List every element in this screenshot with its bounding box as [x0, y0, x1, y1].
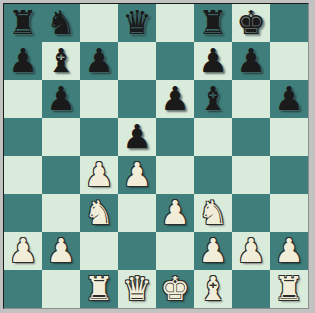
square-d2[interactable] — [118, 232, 156, 270]
square-c2[interactable] — [80, 232, 118, 270]
piece-black-knight[interactable]: ♞ — [46, 4, 76, 42]
square-a1[interactable] — [4, 270, 42, 308]
piece-white-pawn[interactable]: ♟ — [122, 156, 152, 194]
square-a5[interactable] — [4, 118, 42, 156]
piece-white-rook[interactable]: ♜ — [274, 270, 304, 308]
square-c5[interactable] — [80, 118, 118, 156]
square-f3[interactable]: ♞ — [194, 194, 232, 232]
square-f4[interactable] — [194, 156, 232, 194]
board-frame: ♜♞♛♜♚♟♝♟♟♟♟♟♝♟♟♟♟♞♟♞♟♟♟♟♟♜♛♚♝♜ — [0, 0, 315, 313]
piece-black-pawn[interactable]: ♟ — [84, 42, 114, 80]
square-h6[interactable]: ♟ — [270, 80, 308, 118]
square-g6[interactable] — [232, 80, 270, 118]
square-d5[interactable]: ♟ — [118, 118, 156, 156]
square-b4[interactable] — [42, 156, 80, 194]
square-d6[interactable] — [118, 80, 156, 118]
square-a7[interactable]: ♟ — [4, 42, 42, 80]
piece-white-rook[interactable]: ♜ — [84, 270, 114, 308]
square-h1[interactable]: ♜ — [270, 270, 308, 308]
square-e8[interactable] — [156, 4, 194, 42]
square-a4[interactable] — [4, 156, 42, 194]
piece-black-pawn[interactable]: ♟ — [160, 80, 190, 118]
piece-white-knight[interactable]: ♞ — [198, 194, 228, 232]
piece-white-pawn[interactable]: ♟ — [8, 232, 38, 270]
square-g2[interactable]: ♟ — [232, 232, 270, 270]
square-e3[interactable]: ♟ — [156, 194, 194, 232]
square-d4[interactable]: ♟ — [118, 156, 156, 194]
square-b7[interactable]: ♝ — [42, 42, 80, 80]
square-d1[interactable]: ♛ — [118, 270, 156, 308]
square-c7[interactable]: ♟ — [80, 42, 118, 80]
piece-black-pawn[interactable]: ♟ — [198, 42, 228, 80]
square-d7[interactable] — [118, 42, 156, 80]
square-b3[interactable] — [42, 194, 80, 232]
square-c4[interactable]: ♟ — [80, 156, 118, 194]
piece-black-bishop[interactable]: ♝ — [198, 80, 228, 118]
square-e4[interactable] — [156, 156, 194, 194]
square-h3[interactable] — [270, 194, 308, 232]
square-a8[interactable]: ♜ — [4, 4, 42, 42]
square-g8[interactable]: ♚ — [232, 4, 270, 42]
piece-white-knight[interactable]: ♞ — [84, 194, 114, 232]
square-e1[interactable]: ♚ — [156, 270, 194, 308]
square-c3[interactable]: ♞ — [80, 194, 118, 232]
square-a2[interactable]: ♟ — [4, 232, 42, 270]
piece-black-bishop[interactable]: ♝ — [46, 42, 76, 80]
piece-black-king[interactable]: ♚ — [236, 4, 266, 42]
square-b5[interactable] — [42, 118, 80, 156]
square-g1[interactable] — [232, 270, 270, 308]
piece-white-pawn[interactable]: ♟ — [46, 232, 76, 270]
square-a6[interactable] — [4, 80, 42, 118]
square-b1[interactable] — [42, 270, 80, 308]
square-h8[interactable] — [270, 4, 308, 42]
square-e7[interactable] — [156, 42, 194, 80]
piece-white-pawn[interactable]: ♟ — [160, 194, 190, 232]
piece-white-pawn[interactable]: ♟ — [274, 232, 304, 270]
square-h4[interactable] — [270, 156, 308, 194]
piece-white-bishop[interactable]: ♝ — [198, 270, 228, 308]
piece-black-pawn[interactable]: ♟ — [274, 80, 304, 118]
square-h2[interactable]: ♟ — [270, 232, 308, 270]
piece-black-queen[interactable]: ♛ — [122, 4, 152, 42]
square-d3[interactable] — [118, 194, 156, 232]
piece-black-pawn[interactable]: ♟ — [46, 80, 76, 118]
square-g4[interactable] — [232, 156, 270, 194]
square-b6[interactable]: ♟ — [42, 80, 80, 118]
piece-white-pawn[interactable]: ♟ — [198, 232, 228, 270]
square-f2[interactable]: ♟ — [194, 232, 232, 270]
square-g7[interactable]: ♟ — [232, 42, 270, 80]
piece-black-rook[interactable]: ♜ — [8, 4, 38, 42]
square-e6[interactable]: ♟ — [156, 80, 194, 118]
square-g3[interactable] — [232, 194, 270, 232]
piece-black-rook[interactable]: ♜ — [198, 4, 228, 42]
square-e2[interactable] — [156, 232, 194, 270]
piece-white-queen[interactable]: ♛ — [122, 270, 152, 308]
square-e5[interactable] — [156, 118, 194, 156]
piece-white-pawn[interactable]: ♟ — [236, 232, 266, 270]
piece-black-pawn[interactable]: ♟ — [122, 118, 152, 156]
piece-black-pawn[interactable]: ♟ — [236, 42, 266, 80]
square-a3[interactable] — [4, 194, 42, 232]
square-f7[interactable]: ♟ — [194, 42, 232, 80]
square-g5[interactable] — [232, 118, 270, 156]
square-f1[interactable]: ♝ — [194, 270, 232, 308]
square-c1[interactable]: ♜ — [80, 270, 118, 308]
square-b2[interactable]: ♟ — [42, 232, 80, 270]
piece-white-pawn[interactable]: ♟ — [84, 156, 114, 194]
piece-white-king[interactable]: ♚ — [160, 270, 190, 308]
square-f8[interactable]: ♜ — [194, 4, 232, 42]
piece-black-pawn[interactable]: ♟ — [8, 42, 38, 80]
square-c8[interactable] — [80, 4, 118, 42]
square-b8[interactable]: ♞ — [42, 4, 80, 42]
square-h5[interactable] — [270, 118, 308, 156]
chess-board: ♜♞♛♜♚♟♝♟♟♟♟♟♝♟♟♟♟♞♟♞♟♟♟♟♟♜♛♚♝♜ — [3, 3, 309, 309]
square-c6[interactable] — [80, 80, 118, 118]
square-f5[interactable] — [194, 118, 232, 156]
square-f6[interactable]: ♝ — [194, 80, 232, 118]
square-h7[interactable] — [270, 42, 308, 80]
square-d8[interactable]: ♛ — [118, 4, 156, 42]
